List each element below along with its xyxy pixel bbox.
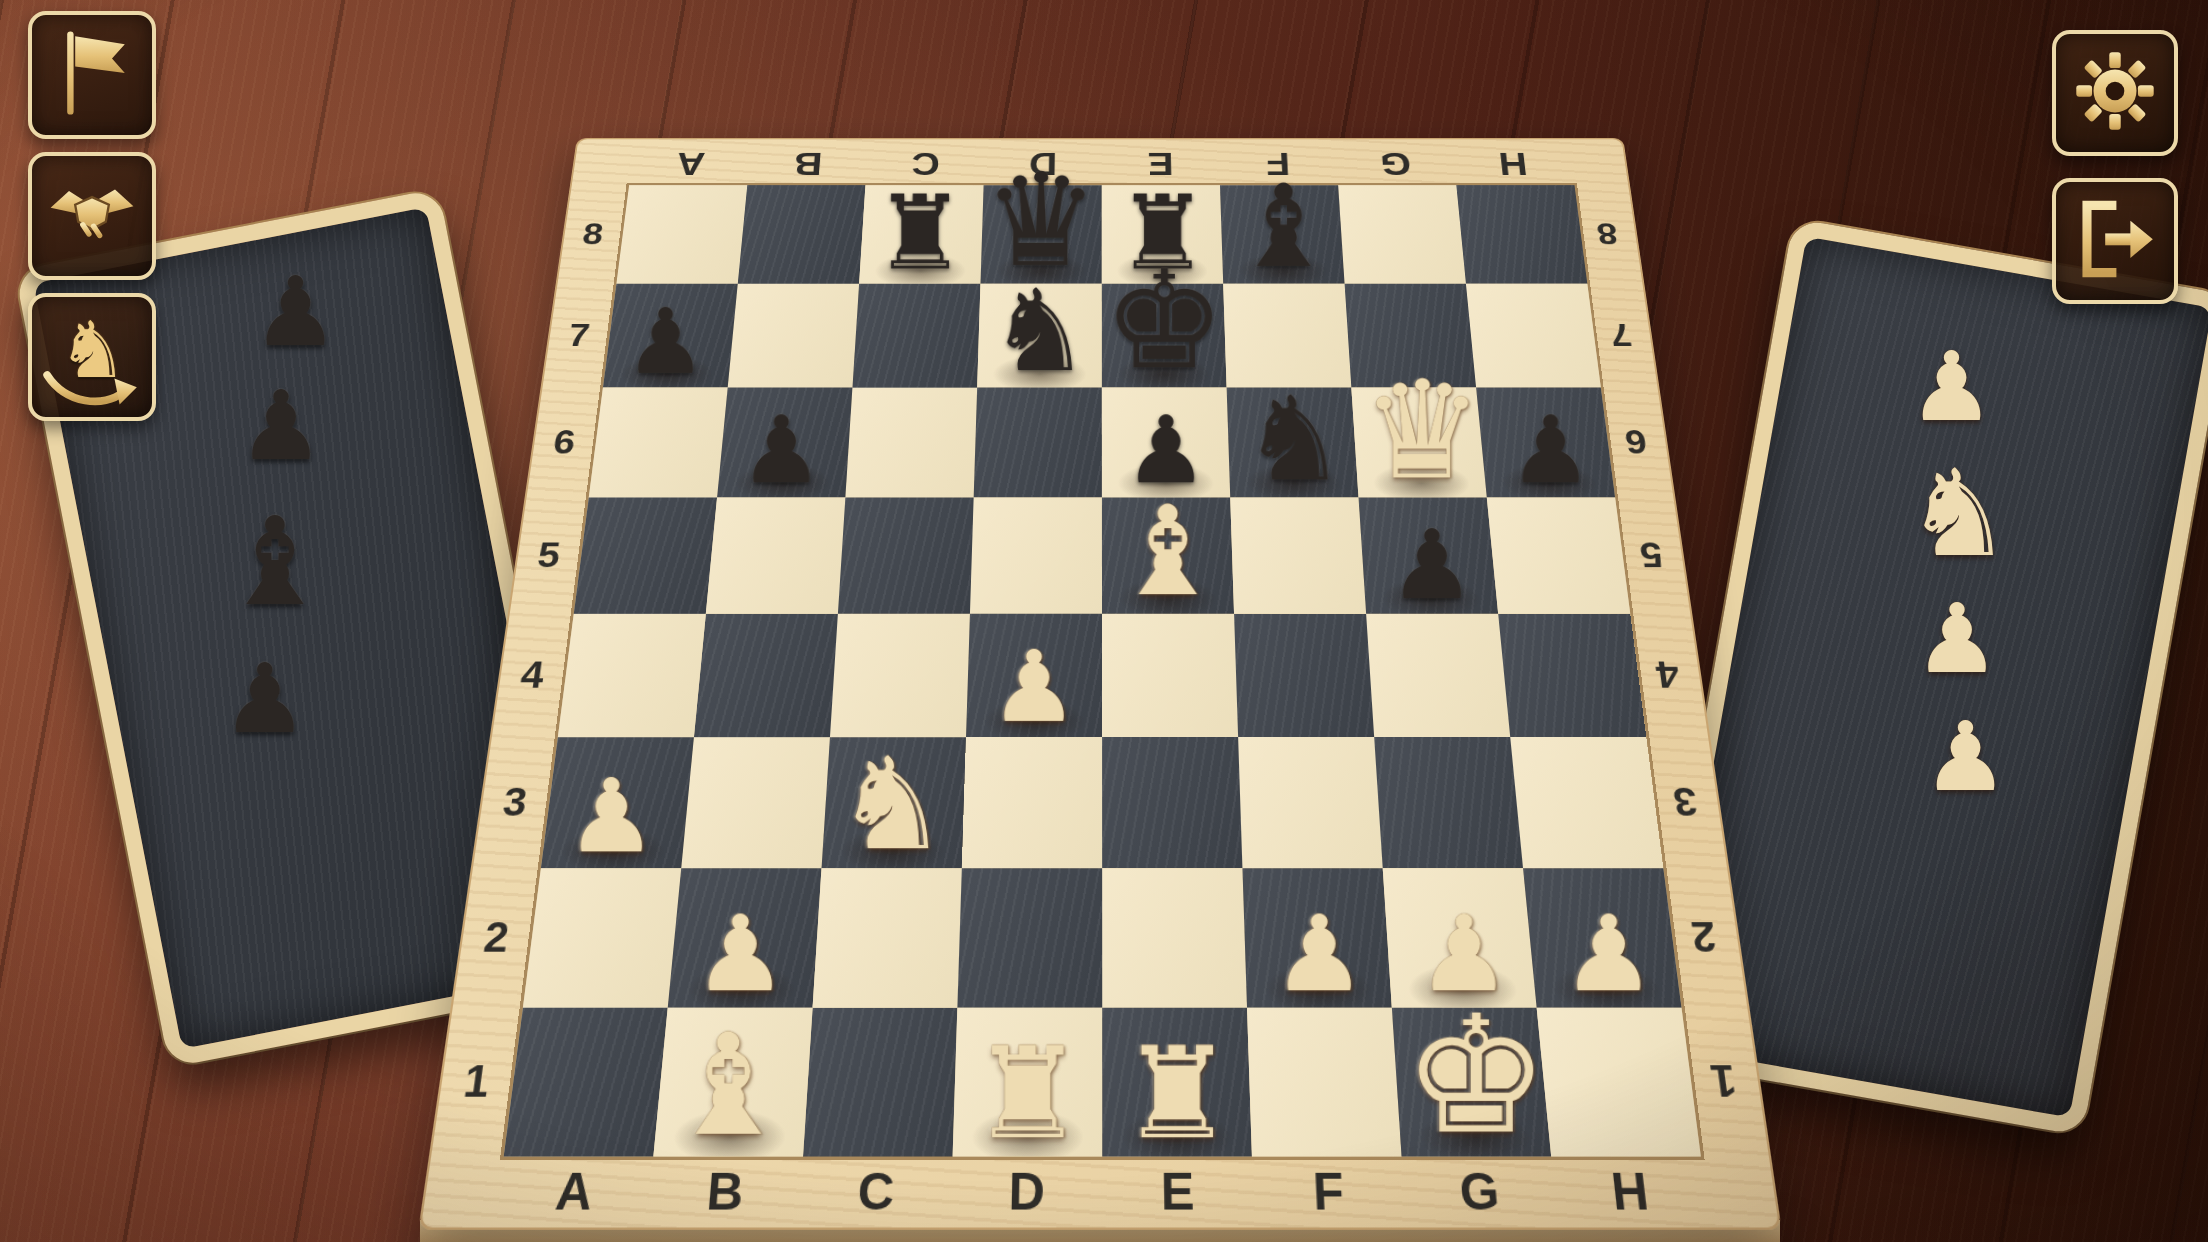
piece-black-K-e7[interactable]: ♚ — [1103, 256, 1225, 385]
square-f5[interactable] — [1230, 497, 1366, 613]
square-h1[interactable] — [1537, 1008, 1701, 1157]
square-g8[interactable] — [1338, 185, 1466, 283]
piece-black-N-f6[interactable]: ♞ — [1242, 384, 1346, 495]
file-labels-bottom: ABCDEFGH — [495, 1161, 1709, 1222]
square-c6[interactable] — [845, 388, 977, 498]
square-d6[interactable] — [974, 388, 1102, 498]
square-h3[interactable] — [1510, 737, 1663, 868]
square-f3[interactable] — [1238, 737, 1383, 868]
coord-label-5: 5 — [1615, 497, 1688, 613]
captured-white-n-1: ♞ — [1905, 454, 2013, 574]
coord-label-D: D — [951, 1161, 1103, 1222]
square-h4[interactable] — [1498, 614, 1646, 737]
coord-label-F: F — [1252, 1161, 1406, 1222]
square-c5[interactable] — [838, 497, 974, 613]
square-c7[interactable] — [852, 284, 980, 388]
square-e7[interactable]: ♚ — [1102, 284, 1227, 388]
file-labels-top: ABCDEFGH — [629, 145, 1574, 182]
piece-white-P-h2[interactable]: ♟ — [1562, 905, 1656, 1005]
coord-label-A: A — [495, 1161, 653, 1222]
coord-label-H: H — [1452, 145, 1574, 182]
captured-black-p-1: ♟ — [238, 378, 324, 474]
square-h6[interactable]: ♟ — [1476, 388, 1615, 498]
captured-white-p-0: ♟ — [1908, 339, 1994, 435]
coord-label-F: F — [1219, 145, 1338, 182]
square-d3[interactable] — [962, 737, 1102, 868]
square-h8[interactable] — [1456, 185, 1587, 283]
chess-board: ABCDEFGH ABCDEFGH 87654321 87654321 ♜♛♜♝… — [508, 20, 1692, 1204]
square-c2[interactable] — [813, 868, 962, 1008]
square-e5[interactable]: ♝ — [1102, 497, 1234, 613]
coord-label-H: H — [1552, 1161, 1710, 1222]
square-c1[interactable] — [803, 1008, 957, 1157]
gear-icon — [2072, 48, 2158, 138]
square-h7[interactable] — [1466, 284, 1601, 388]
square-f6[interactable]: ♞ — [1227, 388, 1359, 498]
settings-button[interactable] — [2052, 30, 2178, 156]
square-f8[interactable]: ♝ — [1220, 185, 1345, 283]
square-b6[interactable]: ♟ — [717, 388, 852, 498]
piece-black-B-f8[interactable]: ♝ — [1233, 173, 1335, 281]
square-b7[interactable] — [728, 284, 859, 388]
square-e1[interactable]: ♜ — [1102, 1008, 1252, 1157]
piece-white-P-a3[interactable]: ♟ — [566, 768, 657, 865]
square-g5[interactable]: ♟ — [1359, 497, 1499, 613]
coord-label-D: D — [984, 145, 1102, 182]
piece-white-N-c3[interactable]: ♞ — [835, 744, 949, 865]
square-a8[interactable] — [616, 185, 747, 283]
coord-label-B: B — [748, 145, 868, 182]
square-d2[interactable] — [957, 868, 1102, 1008]
coord-label-4: 4 — [494, 614, 570, 737]
draw-offer-button[interactable] — [28, 152, 156, 280]
captured-white-p-2: ♟ — [1914, 591, 2000, 687]
square-b8[interactable] — [738, 185, 866, 283]
square-b3[interactable] — [681, 737, 830, 868]
coord-label-C: C — [799, 1161, 953, 1222]
square-d4[interactable]: ♟ — [966, 614, 1102, 737]
square-e2[interactable] — [1102, 868, 1247, 1008]
coord-label-6: 6 — [529, 388, 600, 498]
piece-black-P-a7[interactable]: ♟ — [625, 299, 706, 385]
piece-white-P-f2[interactable]: ♟ — [1272, 905, 1366, 1005]
resign-button[interactable] — [28, 11, 156, 139]
square-c3[interactable]: ♞ — [822, 737, 966, 868]
piece-black-N-d7[interactable]: ♞ — [989, 278, 1091, 386]
square-d7[interactable]: ♞ — [977, 284, 1102, 388]
captured-black-p-0: ♟ — [252, 264, 338, 360]
square-g6[interactable]: ♛ — [1351, 388, 1486, 498]
square-f1[interactable] — [1247, 1008, 1402, 1157]
square-g1[interactable]: ♚ — [1392, 1008, 1551, 1157]
coord-label-E: E — [1102, 145, 1220, 182]
square-a2[interactable] — [523, 868, 681, 1008]
piece-white-K-g1[interactable]: ♚ — [1403, 998, 1549, 1153]
exit-button[interactable] — [2052, 178, 2178, 304]
coord-label-B: B — [647, 1161, 803, 1222]
coord-label-C: C — [866, 145, 985, 182]
square-b5[interactable] — [706, 497, 846, 613]
undo-arrow-icon — [40, 363, 144, 417]
square-c4[interactable] — [830, 614, 970, 737]
square-a5[interactable] — [574, 497, 717, 613]
piece-white-B-b1[interactable]: ♝ — [665, 1020, 791, 1153]
square-d5[interactable] — [970, 497, 1102, 613]
square-f2[interactable]: ♟ — [1242, 868, 1391, 1008]
square-g4[interactable] — [1366, 614, 1510, 737]
coord-label-7: 7 — [544, 284, 612, 388]
square-e3[interactable] — [1102, 737, 1242, 868]
square-b1[interactable]: ♝ — [653, 1008, 812, 1157]
piece-black-P-b6[interactable]: ♟ — [740, 406, 824, 495]
square-a6[interactable] — [589, 388, 728, 498]
flag-icon — [48, 25, 136, 125]
coord-label-E: E — [1102, 1161, 1254, 1222]
captured-black-b-2: ♝ — [220, 501, 329, 623]
captured-black-p-3: ♟ — [222, 651, 308, 747]
square-b4[interactable] — [694, 614, 838, 737]
piece-white-Q-g6[interactable]: ♛ — [1362, 366, 1484, 495]
square-a4[interactable] — [558, 614, 706, 737]
coord-label-8: 8 — [1574, 185, 1640, 283]
coord-label-A: A — [629, 145, 751, 182]
square-a7[interactable]: ♟ — [603, 284, 738, 388]
square-h5[interactable] — [1487, 497, 1630, 613]
piece-white-P-d4[interactable]: ♟ — [990, 640, 1079, 734]
coord-label-G: G — [1402, 1161, 1558, 1222]
hint-button[interactable]: ♞ — [28, 293, 156, 421]
coord-label-8: 8 — [559, 185, 625, 283]
piece-black-R-c8[interactable]: ♜ — [874, 184, 966, 282]
piece-black-P-h6[interactable]: ♟ — [1509, 406, 1593, 495]
square-d1[interactable]: ♜ — [953, 1008, 1103, 1157]
coord-label-5: 5 — [512, 497, 585, 613]
square-c8[interactable]: ♜ — [859, 185, 984, 283]
square-g3[interactable] — [1374, 737, 1523, 868]
exit-icon — [2073, 197, 2157, 285]
board-squares: ♜♛♜♝♟♞♚♟♟♞♛♟♝♟♟♟♞♟♟♟♟♝♜♜♚ — [504, 185, 1701, 1156]
square-e4[interactable] — [1102, 614, 1238, 737]
board-frame: ABCDEFGH ABCDEFGH 87654321 87654321 ♜♛♜♝… — [418, 138, 1782, 1230]
piece-white-P-b2[interactable]: ♟ — [693, 905, 787, 1005]
coord-label-2: 2 — [455, 868, 537, 1008]
handshake-icon — [46, 168, 138, 264]
piece-white-B-e5[interactable]: ♝ — [1112, 493, 1223, 611]
square-b2[interactable]: ♟ — [668, 868, 822, 1008]
captured-white-p-3: ♟ — [1923, 709, 2009, 805]
coord-label-G: G — [1336, 145, 1457, 182]
square-a1[interactable] — [504, 1008, 668, 1157]
piece-white-R-d1[interactable]: ♜ — [971, 1033, 1085, 1154]
piece-black-P-g5[interactable]: ♟ — [1389, 520, 1475, 611]
piece-white-R-e1[interactable]: ♜ — [1120, 1033, 1234, 1154]
square-f4[interactable] — [1234, 614, 1374, 737]
square-a3[interactable]: ♟ — [541, 737, 694, 868]
coord-label-3: 3 — [475, 737, 554, 868]
